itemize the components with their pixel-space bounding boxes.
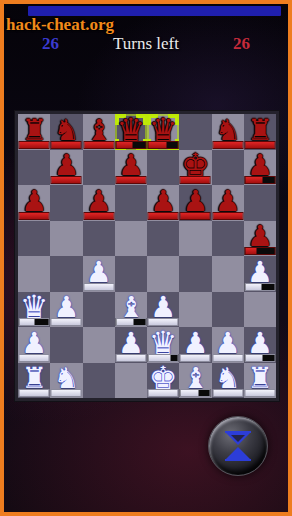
board-cell-h8[interactable]: ♜ — [244, 114, 276, 150]
health-bar — [244, 283, 275, 291]
health-bar — [51, 389, 82, 397]
health-bar — [244, 247, 275, 255]
board-cell-b1[interactable]: ♞ — [50, 363, 82, 399]
health-bar — [51, 176, 82, 184]
health-bar — [83, 283, 114, 291]
health-bar — [148, 354, 179, 362]
health-bar — [83, 141, 114, 149]
board-cell-c7[interactable] — [83, 150, 115, 186]
board-cell-h2[interactable]: ♟ — [244, 327, 276, 363]
board-cell-f2[interactable]: ♟ — [179, 327, 211, 363]
board-cell-a3[interactable]: ♛ — [18, 292, 50, 328]
health-bar — [115, 318, 146, 326]
board-cell-d5[interactable] — [115, 221, 147, 257]
board-cell-c4[interactable]: ♟ — [83, 256, 115, 292]
health-bar — [51, 141, 82, 149]
health-bar — [115, 141, 146, 149]
health-bar — [148, 141, 179, 149]
board-cell-d1[interactable] — [115, 363, 147, 399]
board-cell-e8[interactable]: ♛ — [147, 114, 179, 150]
health-bar — [19, 354, 50, 362]
board-cell-h7[interactable]: ♟ — [244, 150, 276, 186]
health-bar — [19, 212, 50, 220]
board-cell-e4[interactable] — [147, 256, 179, 292]
chess-board: ♜♞♝♛♛♞♜♟♟♚♟♟♟♟♟♟♟♟♟♛♟♝♟♟♟♛♟♟♟♜♞♚♝♞♜ — [14, 110, 280, 402]
health-bar — [244, 389, 275, 397]
board-cell-b7[interactable]: ♟ — [50, 150, 82, 186]
health-bar — [180, 354, 211, 362]
board-cell-f3[interactable] — [179, 292, 211, 328]
board-cell-h3[interactable] — [244, 292, 276, 328]
board-cell-d2[interactable]: ♟ — [115, 327, 147, 363]
board-cell-a4[interactable] — [18, 256, 50, 292]
board-cell-a7[interactable] — [18, 150, 50, 186]
health-bar — [212, 141, 243, 149]
board-cell-h1[interactable]: ♜ — [244, 363, 276, 399]
board-cell-e6[interactable]: ♟ — [147, 185, 179, 221]
board-cell-d6[interactable] — [115, 185, 147, 221]
board-cell-e7[interactable] — [147, 150, 179, 186]
board-cell-h6[interactable] — [244, 185, 276, 221]
health-bar — [19, 318, 50, 326]
board-cell-b4[interactable] — [50, 256, 82, 292]
board-cell-f6[interactable]: ♟ — [179, 185, 211, 221]
health-bar — [180, 212, 211, 220]
board-cell-f7[interactable]: ♚ — [179, 150, 211, 186]
health-bar — [180, 389, 211, 397]
board-cell-a5[interactable] — [18, 221, 50, 257]
health-bar — [212, 389, 243, 397]
health-bar — [51, 318, 82, 326]
board-cell-a2[interactable]: ♟ — [18, 327, 50, 363]
board-cell-b6[interactable] — [50, 185, 82, 221]
board-cell-c5[interactable] — [83, 221, 115, 257]
board-cell-d8[interactable]: ♛ — [115, 114, 147, 150]
board-cell-c2[interactable] — [83, 327, 115, 363]
board-cell-e2[interactable]: ♛ — [147, 327, 179, 363]
board-cell-a8[interactable]: ♜ — [18, 114, 50, 150]
board-cell-f5[interactable] — [179, 221, 211, 257]
health-bar — [115, 176, 146, 184]
app-screen: hack-cheat.org 26 Turns left 26 ♜♞♝♛♛♞♜♟… — [0, 0, 292, 516]
health-bar — [244, 354, 275, 362]
health-bar — [148, 318, 179, 326]
board-cell-b5[interactable] — [50, 221, 82, 257]
board-cell-d4[interactable] — [115, 256, 147, 292]
health-bar — [212, 212, 243, 220]
board-cell-h4[interactable]: ♟ — [244, 256, 276, 292]
health-bar — [19, 389, 50, 397]
board-cell-a6[interactable]: ♟ — [18, 185, 50, 221]
health-bar — [180, 176, 211, 184]
board-cell-g5[interactable] — [212, 221, 244, 257]
health-bar — [244, 176, 275, 184]
hourglass-icon — [225, 431, 251, 461]
board-cell-g7[interactable] — [212, 150, 244, 186]
board-cell-a1[interactable]: ♜ — [18, 363, 50, 399]
turns-header: 26 Turns left 26 — [4, 34, 288, 56]
board-cell-f4[interactable] — [179, 256, 211, 292]
board-cell-e1[interactable]: ♚ — [147, 363, 179, 399]
board-cell-b8[interactable]: ♞ — [50, 114, 82, 150]
watermark-text: hack-cheat.org — [6, 15, 114, 35]
board-cell-c6[interactable]: ♟ — [83, 185, 115, 221]
board-cell-c8[interactable]: ♝ — [83, 114, 115, 150]
health-bar — [83, 212, 114, 220]
health-bar — [244, 141, 275, 149]
board-cell-f8[interactable] — [179, 114, 211, 150]
board-cell-g2[interactable]: ♟ — [212, 327, 244, 363]
board-cell-e5[interactable] — [147, 221, 179, 257]
board-cell-g4[interactable] — [212, 256, 244, 292]
board-cell-c3[interactable] — [83, 292, 115, 328]
board-cell-b2[interactable] — [50, 327, 82, 363]
health-bar — [148, 389, 179, 397]
board-cell-g3[interactable] — [212, 292, 244, 328]
board-cell-g6[interactable]: ♟ — [212, 185, 244, 221]
health-bar — [19, 141, 50, 149]
board-cell-h5[interactable]: ♟ — [244, 221, 276, 257]
board-cell-d3[interactable]: ♝ — [115, 292, 147, 328]
red-turns-count: 26 — [233, 34, 250, 54]
board-cell-b3[interactable]: ♟ — [50, 292, 82, 328]
board-cell-d7[interactable]: ♟ — [115, 150, 147, 186]
board-cell-c1[interactable] — [83, 363, 115, 399]
health-bar — [212, 354, 243, 362]
board-cell-g1[interactable]: ♞ — [212, 363, 244, 399]
health-bar — [148, 212, 179, 220]
board-cell-e3[interactable]: ♟ — [147, 292, 179, 328]
health-bar — [115, 354, 146, 362]
board-cell-f1[interactable]: ♝ — [179, 363, 211, 399]
pass-turn-button[interactable] — [208, 416, 268, 476]
board-cell-g8[interactable]: ♞ — [212, 114, 244, 150]
